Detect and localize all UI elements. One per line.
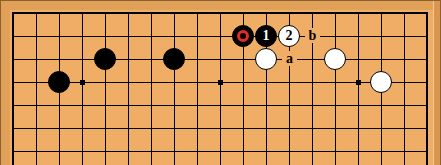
stone-black-E17 (94, 48, 116, 70)
star-point (218, 80, 223, 85)
grid-line-horizontal (12, 128, 428, 129)
go-board-surface (10, 10, 433, 165)
star-point (80, 80, 85, 85)
grid-line-horizontal (12, 12, 428, 14)
stone-white-N18: 2 (278, 25, 300, 47)
grid-line-horizontal (12, 151, 428, 152)
circle-mark (237, 30, 249, 42)
grid-line-vertical (220, 12, 221, 165)
grid-line-vertical (151, 12, 152, 165)
stone-white-P17 (324, 48, 346, 70)
grid-line-horizontal (12, 105, 428, 106)
stone-black-L18 (232, 25, 254, 47)
move-number: 2 (286, 29, 293, 43)
point-label-text: a (286, 52, 293, 66)
stone-black-M18: 1 (255, 25, 277, 47)
grid-line-vertical (12, 12, 14, 165)
grid-line-vertical (174, 12, 175, 165)
board-frame-left (0, 0, 10, 165)
grid-line-vertical (197, 12, 198, 165)
grid-line-vertical (128, 12, 129, 165)
stone-white-R16 (370, 71, 392, 93)
grid-line-vertical (105, 12, 106, 165)
stone-white-M17 (255, 48, 277, 70)
point-label-a: a (282, 51, 297, 66)
point-label-text: b (309, 29, 317, 43)
grid-line-horizontal (12, 36, 428, 37)
stone-black-C16 (48, 71, 70, 93)
grid-line-horizontal (12, 59, 428, 60)
grid-line-vertical (82, 12, 83, 165)
point-label-b: b (305, 28, 320, 43)
grid-line-vertical (358, 12, 359, 165)
grid-line-vertical (36, 12, 37, 165)
grid-line-vertical (335, 12, 336, 165)
stone-black-H17 (163, 48, 185, 70)
board-frame-right (433, 0, 441, 165)
board-frame-top (0, 0, 441, 10)
grid-line-vertical (404, 12, 405, 165)
star-point (356, 80, 361, 85)
go-board-diagram: ab12 (0, 0, 441, 165)
grid-line-vertical (426, 12, 428, 165)
move-number: 1 (263, 29, 270, 43)
